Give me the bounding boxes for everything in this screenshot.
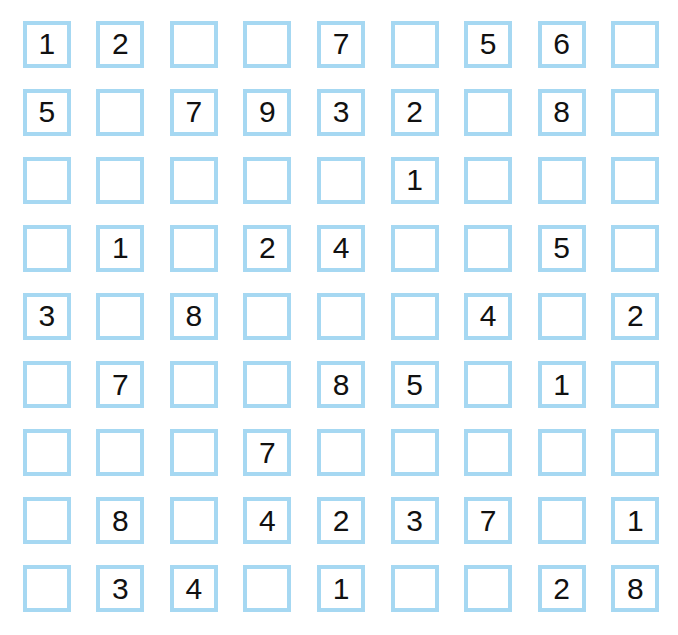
- sudoku-cell[interactable]: [391, 293, 439, 340]
- sudoku-cell[interactable]: [23, 225, 71, 272]
- sudoku-cell[interactable]: 1: [23, 21, 71, 68]
- sudoku-cell[interactable]: 4: [464, 293, 512, 340]
- sudoku-cell[interactable]: 5: [538, 225, 586, 272]
- sudoku-cell[interactable]: 7: [243, 429, 291, 476]
- sudoku-cell[interactable]: [464, 429, 512, 476]
- sudoku-cell[interactable]: 1: [96, 225, 144, 272]
- sudoku-cell[interactable]: [464, 157, 512, 204]
- sudoku-cell[interactable]: 1: [317, 565, 365, 612]
- sudoku-cell[interactable]: [464, 89, 512, 136]
- sudoku-cell[interactable]: 1: [538, 361, 586, 408]
- sudoku-cell[interactable]: [391, 225, 439, 272]
- sudoku-cell[interactable]: [464, 565, 512, 612]
- sudoku-cell[interactable]: 7: [170, 89, 218, 136]
- sudoku-cell[interactable]: [611, 429, 659, 476]
- sudoku-cell[interactable]: [611, 21, 659, 68]
- sudoku-cell[interactable]: [96, 89, 144, 136]
- sudoku-cell[interactable]: 1: [391, 157, 439, 204]
- sudoku-cell[interactable]: 5: [391, 361, 439, 408]
- sudoku-cell[interactable]: 7: [96, 361, 144, 408]
- sudoku-cell[interactable]: [538, 497, 586, 544]
- sudoku-cell[interactable]: [170, 497, 218, 544]
- sudoku-cell[interactable]: 4: [170, 565, 218, 612]
- sudoku-cell[interactable]: [23, 429, 71, 476]
- sudoku-cell[interactable]: [170, 361, 218, 408]
- sudoku-cell[interactable]: [611, 361, 659, 408]
- sudoku-cell[interactable]: [170, 21, 218, 68]
- sudoku-cell[interactable]: [243, 361, 291, 408]
- sudoku-cell[interactable]: 3: [23, 293, 71, 340]
- sudoku-cell[interactable]: [538, 157, 586, 204]
- sudoku-cell[interactable]: [391, 429, 439, 476]
- sudoku-cell[interactable]: [464, 225, 512, 272]
- sudoku-cell[interactable]: 4: [317, 225, 365, 272]
- sudoku-cell[interactable]: 3: [391, 497, 439, 544]
- sudoku-cell[interactable]: 9: [243, 89, 291, 136]
- sudoku-cell[interactable]: 5: [23, 89, 71, 136]
- sudoku-cell[interactable]: [317, 157, 365, 204]
- sudoku-cell[interactable]: 3: [96, 565, 144, 612]
- sudoku-cell[interactable]: [243, 157, 291, 204]
- sudoku-board: 127565793281124538427851784237134128: [0, 0, 678, 635]
- sudoku-cell[interactable]: [317, 293, 365, 340]
- sudoku-cell[interactable]: [23, 565, 71, 612]
- sudoku-cell[interactable]: 8: [538, 89, 586, 136]
- sudoku-cell[interactable]: [23, 157, 71, 204]
- sudoku-cell[interactable]: [538, 429, 586, 476]
- sudoku-cell[interactable]: 2: [538, 565, 586, 612]
- sudoku-cell[interactable]: 7: [317, 21, 365, 68]
- sudoku-cell[interactable]: [170, 225, 218, 272]
- sudoku-cell[interactable]: [391, 21, 439, 68]
- sudoku-cell[interactable]: 2: [96, 21, 144, 68]
- sudoku-cell[interactable]: [243, 293, 291, 340]
- sudoku-cell[interactable]: [243, 565, 291, 612]
- sudoku-cell[interactable]: [170, 429, 218, 476]
- sudoku-cell[interactable]: 1: [611, 497, 659, 544]
- sudoku-cell[interactable]: 2: [391, 89, 439, 136]
- sudoku-cell[interactable]: 4: [243, 497, 291, 544]
- sudoku-cell[interactable]: 7: [464, 497, 512, 544]
- sudoku-cell[interactable]: 5: [464, 21, 512, 68]
- sudoku-cell[interactable]: [391, 565, 439, 612]
- sudoku-cell[interactable]: [23, 497, 71, 544]
- sudoku-cell[interactable]: [611, 225, 659, 272]
- sudoku-cell[interactable]: [317, 429, 365, 476]
- sudoku-cell[interactable]: 3: [317, 89, 365, 136]
- sudoku-cell[interactable]: [611, 89, 659, 136]
- sudoku-cell[interactable]: 8: [611, 565, 659, 612]
- sudoku-cell[interactable]: 8: [96, 497, 144, 544]
- sudoku-page: 127565793281124538427851784237134128: [0, 0, 678, 635]
- sudoku-cell[interactable]: [96, 157, 144, 204]
- sudoku-cell[interactable]: 2: [611, 293, 659, 340]
- sudoku-cell[interactable]: 6: [538, 21, 586, 68]
- sudoku-cell[interactable]: [464, 361, 512, 408]
- sudoku-cell[interactable]: 8: [317, 361, 365, 408]
- sudoku-cell[interactable]: 8: [170, 293, 218, 340]
- sudoku-cell[interactable]: [243, 21, 291, 68]
- sudoku-cell[interactable]: [170, 157, 218, 204]
- sudoku-cell[interactable]: [96, 293, 144, 340]
- sudoku-cell[interactable]: [23, 361, 71, 408]
- sudoku-cell[interactable]: [96, 429, 144, 476]
- sudoku-cell[interactable]: 2: [243, 225, 291, 272]
- sudoku-cell[interactable]: [611, 157, 659, 204]
- sudoku-cell[interactable]: 2: [317, 497, 365, 544]
- sudoku-cell[interactable]: [538, 293, 586, 340]
